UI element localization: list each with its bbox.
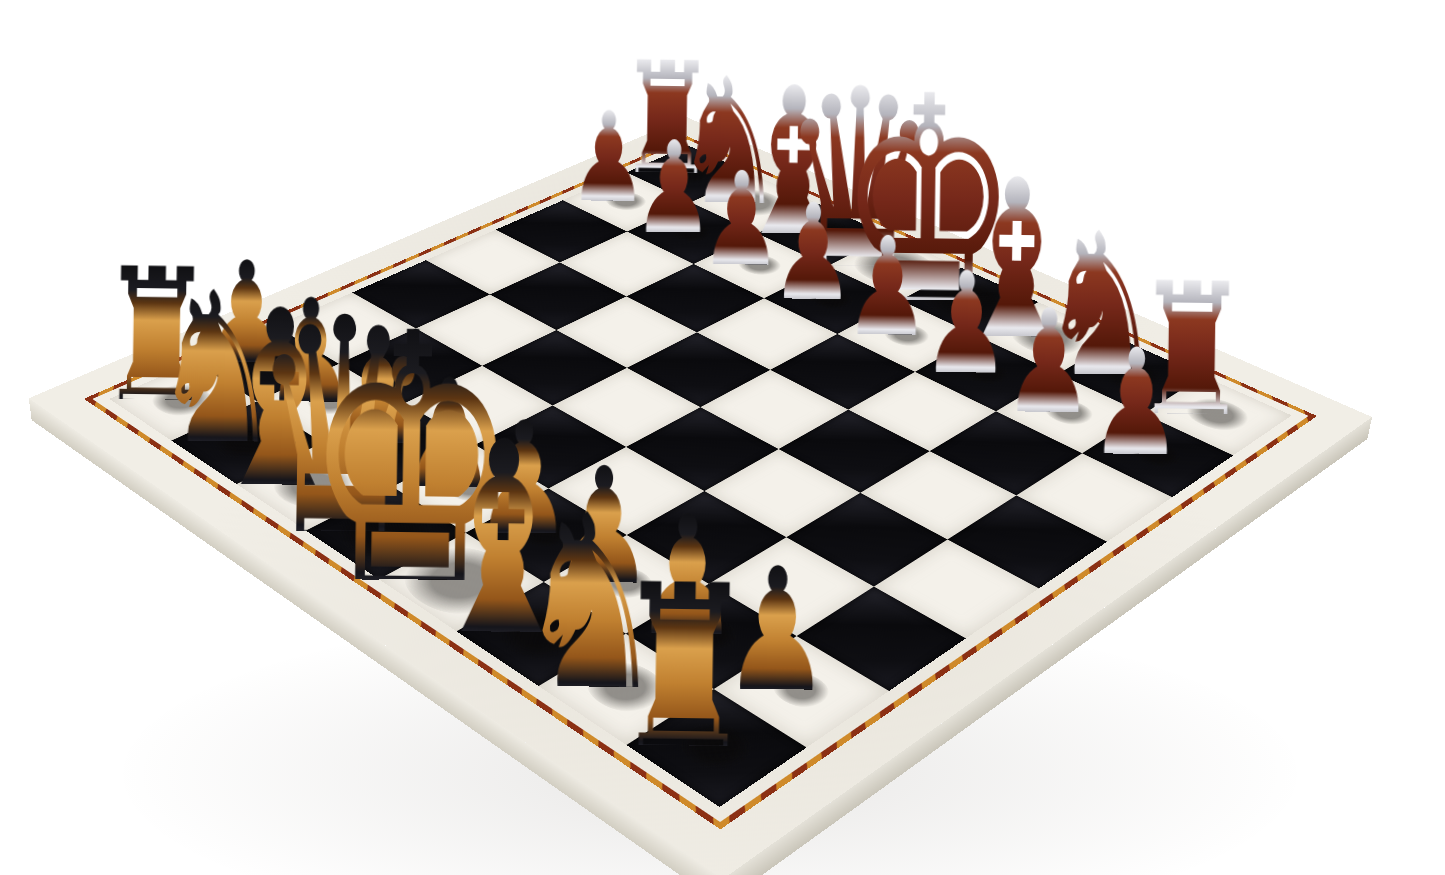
photo-canvas: ♜♞♝♛♚♝♞♜♟♟♟♟♟♟♟♟♟♟♟♟♟♟♟♟♜♞♝♛♚♝♞♜ <box>0 0 1445 875</box>
chess-board: ♜♞♝♛♚♝♞♜♟♟♟♟♟♟♟♟♟♟♟♟♟♟♟♟♜♞♝♛♚♝♞♜ <box>29 117 1372 875</box>
scene: ♜♞♝♛♚♝♞♜♟♟♟♟♟♟♟♟♟♟♟♟♟♟♟♟♜♞♝♛♚♝♞♜ <box>0 0 1445 875</box>
